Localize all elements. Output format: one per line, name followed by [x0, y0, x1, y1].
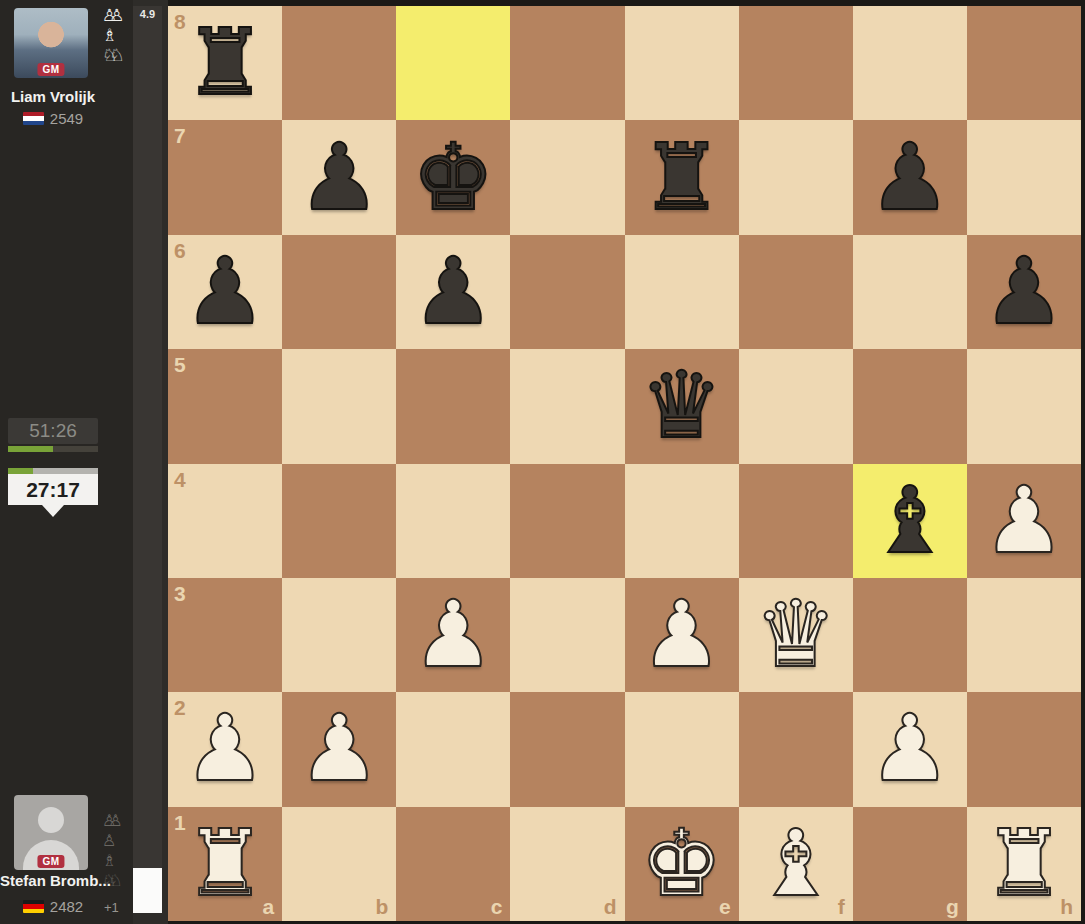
piece-black-queen[interactable]: ♛ — [625, 349, 739, 463]
square-c6[interactable]: ♟ — [396, 235, 510, 349]
top-player-title-badge: GM — [37, 63, 64, 76]
piece-black-rook[interactable]: ♜ — [168, 6, 282, 120]
rank-label-7: 7 — [174, 124, 186, 148]
piece-white-rook[interactable]: ♜ — [967, 807, 1081, 921]
file-label-g: g — [946, 895, 959, 919]
piece-white-king[interactable]: ♚ — [625, 807, 739, 921]
square-e7[interactable]: ♜ — [625, 120, 739, 234]
captured-pawn-icon: ♙ — [102, 832, 136, 852]
square-g7[interactable]: ♟ — [853, 120, 967, 234]
rank-label-4: 4 — [174, 468, 186, 492]
top-player-clock: 51:26 — [8, 418, 98, 444]
square-a7[interactable]: 7 — [168, 120, 282, 234]
sidebar: GM ♙♙♗♘♘ Liam Vrolijk 2549 51:26 27:17 — [0, 0, 133, 924]
bottom-player-clock-time: 27:17 — [26, 478, 80, 502]
piece-white-pawn[interactable]: ♟ — [282, 692, 396, 806]
top-player-captured-pieces: ♙♙♗♘♘ — [102, 6, 136, 66]
piece-black-pawn[interactable]: ♟ — [396, 235, 510, 349]
square-d8[interactable] — [510, 6, 624, 120]
board-area: 8♜7♟♚♜♟6♟♟♟5♛4♝♟3♟♟♛2♟♟♟1a♜bcde♚f♝gh♜ — [168, 0, 1085, 924]
square-b3[interactable] — [282, 578, 396, 692]
file-label-c: c — [491, 895, 503, 919]
square-a8[interactable]: 8♜ — [168, 6, 282, 120]
evaluation-bar-track — [133, 6, 162, 913]
square-g1[interactable]: g — [853, 807, 967, 921]
top-player-time-progress — [8, 446, 98, 452]
square-h8[interactable] — [967, 6, 1081, 120]
top-player-avatar: GM — [14, 8, 88, 78]
square-g3[interactable] — [853, 578, 967, 692]
square-a3[interactable]: 3 — [168, 578, 282, 692]
top-player-time-progress-fill — [8, 446, 53, 452]
square-d3[interactable] — [510, 578, 624, 692]
bottom-player-title-badge: GM — [37, 855, 64, 868]
rank-label-5: 5 — [174, 353, 186, 377]
square-d7[interactable] — [510, 120, 624, 234]
square-g8[interactable] — [853, 6, 967, 120]
square-a2[interactable]: 2♟ — [168, 692, 282, 806]
evaluation-bar-white-fill — [133, 868, 162, 913]
germany-flag-icon — [23, 900, 44, 913]
piece-black-king[interactable]: ♚ — [396, 120, 510, 234]
bottom-player-clock-box: 27:17 — [8, 474, 98, 505]
square-d6[interactable] — [510, 235, 624, 349]
square-a6[interactable]: 6♟ — [168, 235, 282, 349]
square-h5[interactable] — [967, 349, 1081, 463]
bottom-player-clock: 27:17 — [8, 468, 98, 505]
square-d5[interactable] — [510, 349, 624, 463]
piece-white-bishop[interactable]: ♝ — [739, 807, 853, 921]
square-h7[interactable] — [967, 120, 1081, 234]
square-a4[interactable]: 4 — [168, 464, 282, 578]
square-e3[interactable]: ♟ — [625, 578, 739, 692]
piece-white-pawn[interactable]: ♟ — [967, 464, 1081, 578]
square-c4[interactable] — [396, 464, 510, 578]
evaluation-score: 4.9 — [133, 8, 162, 20]
broadcast-window: GM ♙♙♗♘♘ Liam Vrolijk 2549 51:26 27:17 — [0, 0, 1085, 924]
square-b6[interactable] — [282, 235, 396, 349]
square-c2[interactable] — [396, 692, 510, 806]
piece-black-pawn[interactable]: ♟ — [853, 120, 967, 234]
piece-white-queen[interactable]: ♛ — [739, 578, 853, 692]
file-label-b: b — [375, 895, 388, 919]
square-f2[interactable] — [739, 692, 853, 806]
top-player-clock-time: 51:26 — [29, 420, 77, 442]
square-c7[interactable]: ♚ — [396, 120, 510, 234]
square-a1[interactable]: 1a♜ — [168, 807, 282, 921]
square-f7[interactable] — [739, 120, 853, 234]
piece-white-rook[interactable]: ♜ — [168, 807, 282, 921]
piece-black-pawn[interactable]: ♟ — [168, 235, 282, 349]
evaluation-bar: 4.9 — [133, 0, 168, 924]
square-e5[interactable]: ♛ — [625, 349, 739, 463]
bottom-player-rating-row: 2482 — [0, 898, 106, 915]
rank-label-3: 3 — [174, 582, 186, 606]
piece-black-pawn[interactable]: ♟ — [282, 120, 396, 234]
bottom-player-rating: 2482 — [50, 898, 83, 915]
square-b7[interactable]: ♟ — [282, 120, 396, 234]
captured-pawns-icon: ♙♙ — [102, 812, 136, 832]
piece-white-pawn[interactable]: ♟ — [168, 692, 282, 806]
square-b2[interactable]: ♟ — [282, 692, 396, 806]
square-c5[interactable] — [396, 349, 510, 463]
square-h3[interactable] — [967, 578, 1081, 692]
square-h2[interactable] — [967, 692, 1081, 806]
square-f8[interactable] — [739, 6, 853, 120]
person-silhouette-icon — [38, 807, 64, 833]
square-c8[interactable] — [396, 6, 510, 120]
square-f5[interactable] — [739, 349, 853, 463]
netherlands-flag-icon — [23, 112, 44, 125]
piece-white-pawn[interactable]: ♟ — [625, 578, 739, 692]
square-e4[interactable] — [625, 464, 739, 578]
square-c3[interactable]: ♟ — [396, 578, 510, 692]
square-e8[interactable] — [625, 6, 739, 120]
piece-white-pawn[interactable]: ♟ — [853, 692, 967, 806]
square-h4[interactable]: ♟ — [967, 464, 1081, 578]
top-player-name: Liam Vrolijk — [0, 88, 106, 105]
bottom-player-name: Stefan Bromb... — [0, 872, 106, 889]
square-d1[interactable]: d — [510, 807, 624, 921]
square-d2[interactable] — [510, 692, 624, 806]
square-b4[interactable] — [282, 464, 396, 578]
square-h6[interactable]: ♟ — [967, 235, 1081, 349]
piece-black-pawn[interactable]: ♟ — [967, 235, 1081, 349]
square-e2[interactable] — [625, 692, 739, 806]
square-f3[interactable]: ♛ — [739, 578, 853, 692]
piece-black-bishop[interactable]: ♝ — [853, 464, 967, 578]
captured-knights-icon: ♘♘ — [102, 46, 136, 66]
square-b8[interactable] — [282, 6, 396, 120]
square-c1[interactable]: c — [396, 807, 510, 921]
square-f1[interactable]: f♝ — [739, 807, 853, 921]
square-f6[interactable] — [739, 235, 853, 349]
piece-white-pawn[interactable]: ♟ — [396, 578, 510, 692]
captured-bishop-icon: ♗ — [102, 852, 136, 872]
captured-pawns-icon: ♙♙ — [102, 6, 136, 26]
square-g5[interactable] — [853, 349, 967, 463]
bottom-player-avatar: GM — [14, 795, 88, 870]
square-e1[interactable]: e♚ — [625, 807, 739, 921]
square-g6[interactable] — [853, 235, 967, 349]
material-advantage: +1 — [104, 900, 119, 915]
active-clock-pointer — [42, 505, 64, 517]
square-h1[interactable]: h♜ — [967, 807, 1081, 921]
square-a5[interactable]: 5 — [168, 349, 282, 463]
square-e6[interactable] — [625, 235, 739, 349]
square-g2[interactable]: ♟ — [853, 692, 967, 806]
square-g4[interactable]: ♝ — [853, 464, 967, 578]
top-player-rating: 2549 — [50, 110, 83, 127]
top-player-rating-row: 2549 — [0, 110, 106, 127]
captured-bishop-icon: ♗ — [102, 26, 136, 46]
piece-black-rook[interactable]: ♜ — [625, 120, 739, 234]
square-b5[interactable] — [282, 349, 396, 463]
square-f4[interactable] — [739, 464, 853, 578]
file-label-d: d — [604, 895, 617, 919]
chess-board: 8♜7♟♚♜♟6♟♟♟5♛4♝♟3♟♟♛2♟♟♟1a♜bcde♚f♝gh♜ — [168, 6, 1081, 921]
square-b1[interactable]: b — [282, 807, 396, 921]
square-d4[interactable] — [510, 464, 624, 578]
